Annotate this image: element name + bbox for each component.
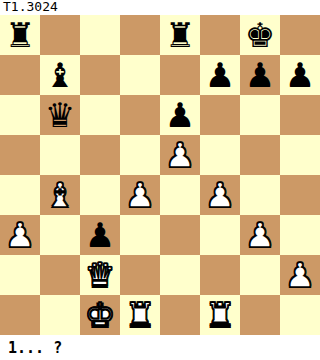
piece-black-pawn[interactable]: ♟ [240, 55, 280, 95]
square-b1[interactable] [40, 295, 80, 335]
square-d8[interactable] [120, 15, 160, 55]
square-g5[interactable] [240, 135, 280, 175]
piece-white-pawn[interactable]: ♟ [120, 175, 160, 215]
square-b5[interactable] [40, 135, 80, 175]
piece-white-bishop[interactable]: ♝ [40, 175, 80, 215]
square-b3[interactable] [40, 215, 80, 255]
piece-black-bishop[interactable]: ♝ [40, 55, 80, 95]
piece-black-pawn[interactable]: ♟ [200, 55, 240, 95]
square-h8[interactable] [280, 15, 320, 55]
square-c6[interactable] [80, 95, 120, 135]
square-e6[interactable]: ♟ [160, 95, 200, 135]
chess-board: ♜♜♚♝♟♟♟♛♟♟♝♟♟♟♟♟♛♟♚♜♜ [0, 15, 320, 335]
square-e8[interactable]: ♜ [160, 15, 200, 55]
square-f5[interactable] [200, 135, 240, 175]
piece-black-pawn[interactable]: ♟ [280, 55, 320, 95]
piece-white-rook[interactable]: ♜ [120, 295, 160, 335]
piece-white-pawn[interactable]: ♟ [240, 215, 280, 255]
square-c1[interactable]: ♚ [80, 295, 120, 335]
square-f3[interactable] [200, 215, 240, 255]
square-d2[interactable] [120, 255, 160, 295]
square-b8[interactable] [40, 15, 80, 55]
square-f7[interactable]: ♟ [200, 55, 240, 95]
square-c8[interactable] [80, 15, 120, 55]
square-a6[interactable] [0, 95, 40, 135]
piece-white-rook[interactable]: ♜ [200, 295, 240, 335]
piece-black-pawn[interactable]: ♟ [160, 95, 200, 135]
square-h2[interactable]: ♟ [280, 255, 320, 295]
square-g8[interactable]: ♚ [240, 15, 280, 55]
square-c4[interactable] [80, 175, 120, 215]
square-h1[interactable] [280, 295, 320, 335]
square-g6[interactable] [240, 95, 280, 135]
square-h6[interactable] [280, 95, 320, 135]
square-b7[interactable]: ♝ [40, 55, 80, 95]
piece-white-king[interactable]: ♚ [80, 295, 120, 335]
square-d6[interactable] [120, 95, 160, 135]
square-b2[interactable] [40, 255, 80, 295]
square-g7[interactable]: ♟ [240, 55, 280, 95]
square-c3[interactable]: ♟ [80, 215, 120, 255]
piece-white-pawn[interactable]: ♟ [0, 215, 40, 255]
square-a3[interactable]: ♟ [0, 215, 40, 255]
square-f4[interactable]: ♟ [200, 175, 240, 215]
square-c5[interactable] [80, 135, 120, 175]
square-d4[interactable]: ♟ [120, 175, 160, 215]
square-a1[interactable] [0, 295, 40, 335]
piece-white-pawn[interactable]: ♟ [280, 255, 320, 295]
square-a4[interactable] [0, 175, 40, 215]
square-e2[interactable] [160, 255, 200, 295]
square-c2[interactable]: ♛ [80, 255, 120, 295]
square-g3[interactable]: ♟ [240, 215, 280, 255]
square-a7[interactable] [0, 55, 40, 95]
square-g4[interactable] [240, 175, 280, 215]
square-g1[interactable] [240, 295, 280, 335]
puzzle-id: T1.3024 [0, 0, 320, 15]
piece-white-pawn[interactable]: ♟ [200, 175, 240, 215]
square-e3[interactable] [160, 215, 200, 255]
square-e1[interactable] [160, 295, 200, 335]
square-f8[interactable] [200, 15, 240, 55]
square-g2[interactable] [240, 255, 280, 295]
square-h7[interactable]: ♟ [280, 55, 320, 95]
piece-black-king[interactable]: ♚ [240, 15, 280, 55]
square-d1[interactable]: ♜ [120, 295, 160, 335]
square-a2[interactable] [0, 255, 40, 295]
move-prompt: 1... ? [0, 335, 320, 360]
square-a8[interactable]: ♜ [0, 15, 40, 55]
square-b6[interactable]: ♛ [40, 95, 80, 135]
square-e5[interactable]: ♟ [160, 135, 200, 175]
piece-black-rook[interactable]: ♜ [0, 15, 40, 55]
piece-black-pawn[interactable]: ♟ [80, 215, 120, 255]
square-h4[interactable] [280, 175, 320, 215]
piece-white-queen[interactable]: ♛ [80, 255, 120, 295]
square-c7[interactable] [80, 55, 120, 95]
square-e7[interactable] [160, 55, 200, 95]
piece-black-queen[interactable]: ♛ [40, 95, 80, 135]
square-f1[interactable]: ♜ [200, 295, 240, 335]
square-a5[interactable] [0, 135, 40, 175]
piece-white-pawn[interactable]: ♟ [160, 135, 200, 175]
square-d7[interactable] [120, 55, 160, 95]
square-f2[interactable] [200, 255, 240, 295]
square-e4[interactable] [160, 175, 200, 215]
square-d3[interactable] [120, 215, 160, 255]
piece-black-rook[interactable]: ♜ [160, 15, 200, 55]
square-h3[interactable] [280, 215, 320, 255]
square-f6[interactable] [200, 95, 240, 135]
square-d5[interactable] [120, 135, 160, 175]
square-b4[interactable]: ♝ [40, 175, 80, 215]
square-h5[interactable] [280, 135, 320, 175]
